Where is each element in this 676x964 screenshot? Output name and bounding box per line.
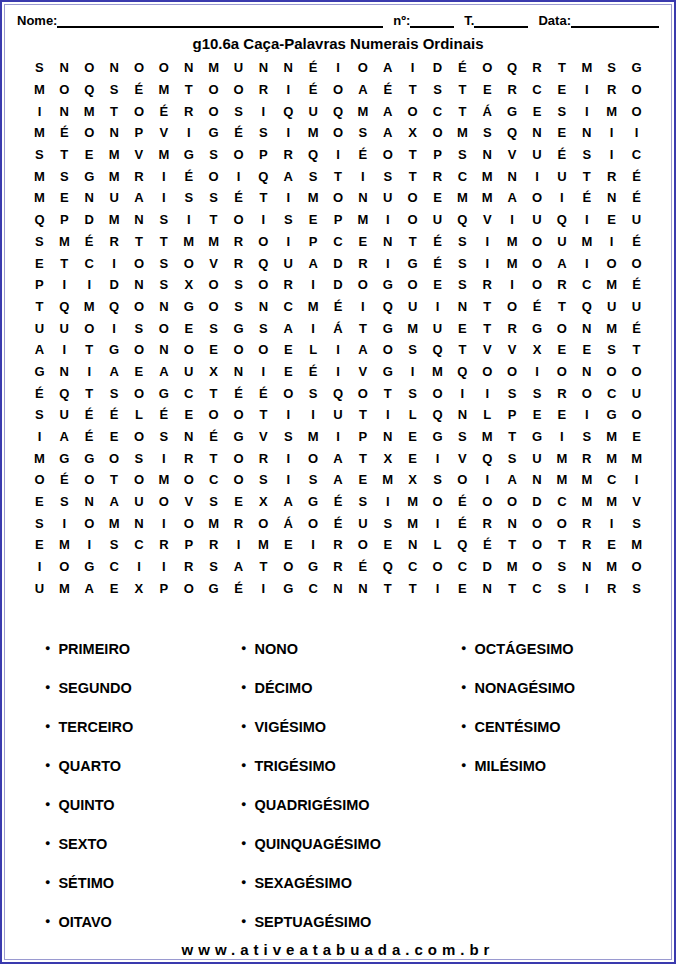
grid-cell-r6c7[interactable]: É <box>176 165 201 187</box>
grid-cell-r13c14[interactable]: T <box>350 317 375 339</box>
grid-cell-r19c5[interactable]: S <box>127 447 152 469</box>
grid-cell-r17c12[interactable]: I <box>301 404 326 426</box>
grid-cell-r3c8[interactable]: O <box>201 100 226 122</box>
grid-cell-r9c6[interactable]: T <box>151 231 176 253</box>
grid-cell-r25c17[interactable]: I <box>425 578 450 600</box>
grid-cell-r11c18[interactable]: S <box>450 274 475 296</box>
grid-cell-r14c1[interactable]: A <box>27 339 52 361</box>
grid-cell-r25c8[interactable]: G <box>201 578 226 600</box>
grid-cell-r21c17[interactable]: O <box>425 491 450 513</box>
grid-cell-r2c18[interactable]: T <box>450 79 475 101</box>
grid-cell-r22c1[interactable]: S <box>27 512 52 534</box>
grid-cell-r4c16[interactable]: X <box>400 122 425 144</box>
grid-cell-r22c7[interactable]: O <box>176 512 201 534</box>
grid-cell-r13c7[interactable]: E <box>176 317 201 339</box>
grid-cell-r4c15[interactable]: A <box>375 122 400 144</box>
grid-cell-r17c19[interactable]: L <box>475 404 500 426</box>
grid-cell-r25c13[interactable]: N <box>326 578 351 600</box>
grid-cell-r3c5[interactable]: O <box>127 100 152 122</box>
grid-cell-r19c24[interactable]: M <box>599 447 624 469</box>
grid-cell-r20c20[interactable]: A <box>500 469 525 491</box>
grid-cell-r8c11[interactable]: S <box>276 209 301 231</box>
grid-cell-r6c6[interactable]: I <box>151 165 176 187</box>
grid-cell-r20c19[interactable]: I <box>475 469 500 491</box>
grid-cell-r2c7[interactable]: T <box>176 79 201 101</box>
grid-cell-r23c12[interactable]: I <box>301 534 326 556</box>
grid-cell-r13c11[interactable]: A <box>276 317 301 339</box>
grid-cell-r10c23[interactable]: I <box>574 252 599 274</box>
grid-cell-r15c18[interactable]: Q <box>450 361 475 383</box>
grid-cell-r24c22[interactable]: S <box>549 556 574 578</box>
grid-cell-r21c8[interactable]: S <box>201 491 226 513</box>
grid-cell-r19c25[interactable]: M <box>624 447 649 469</box>
grid-cell-r16c21[interactable]: S <box>525 382 550 404</box>
grid-cell-r18c19[interactable]: M <box>475 426 500 448</box>
grid-cell-r1c11[interactable]: N <box>276 57 301 79</box>
grid-cell-r18c12[interactable]: M <box>301 426 326 448</box>
grid-cell-r22c21[interactable]: O <box>525 512 550 534</box>
grid-cell-r16c11[interactable]: O <box>276 382 301 404</box>
grid-cell-r10c8[interactable]: V <box>201 252 226 274</box>
grid-cell-r10c13[interactable]: D <box>326 252 351 274</box>
grid-cell-r12c18[interactable]: N <box>450 296 475 318</box>
grid-cell-r5c16[interactable]: T <box>400 144 425 166</box>
grid-cell-r3c15[interactable]: A <box>375 100 400 122</box>
grid-cell-r24c3[interactable]: G <box>77 556 102 578</box>
grid-cell-r24c17[interactable]: O <box>425 556 450 578</box>
grid-cell-r7c7[interactable]: S <box>176 187 201 209</box>
grid-cell-r21c18[interactable]: É <box>450 491 475 513</box>
grid-cell-r9c15[interactable]: N <box>375 231 400 253</box>
grid-cell-r19c9[interactable]: O <box>226 447 251 469</box>
grid-cell-r4c8[interactable]: G <box>201 122 226 144</box>
grid-cell-r6c8[interactable]: O <box>201 165 226 187</box>
grid-cell-r17c11[interactable]: I <box>276 404 301 426</box>
grid-cell-r3c4[interactable]: T <box>102 100 127 122</box>
grid-cell-r16c16[interactable]: S <box>400 382 425 404</box>
grid-cell-r2c6[interactable]: M <box>151 79 176 101</box>
grid-cell-r20c17[interactable]: S <box>425 469 450 491</box>
grid-cell-r8c4[interactable]: M <box>102 209 127 231</box>
grid-cell-r23c6[interactable]: R <box>151 534 176 556</box>
grid-cell-r9c14[interactable]: E <box>350 231 375 253</box>
grid-cell-r3c6[interactable]: É <box>151 100 176 122</box>
grid-cell-r9c8[interactable]: M <box>201 231 226 253</box>
grid-cell-r5c7[interactable]: G <box>176 144 201 166</box>
grid-cell-r17c5[interactable]: L <box>127 404 152 426</box>
grid-cell-r13c23[interactable]: N <box>574 317 599 339</box>
grid-cell-r5c6[interactable]: M <box>151 144 176 166</box>
grid-cell-r4c14[interactable]: S <box>350 122 375 144</box>
grid-cell-r13c15[interactable]: G <box>375 317 400 339</box>
grid-cell-r16c15[interactable]: T <box>375 382 400 404</box>
grid-cell-r16c5[interactable]: O <box>127 382 152 404</box>
grid-cell-r8c23[interactable]: I <box>574 209 599 231</box>
grid-cell-r23c4[interactable]: S <box>102 534 127 556</box>
grid-cell-r19c16[interactable]: E <box>400 447 425 469</box>
grid-cell-r22c20[interactable]: N <box>500 512 525 534</box>
grid-cell-r2c22[interactable]: E <box>549 79 574 101</box>
grid-cell-r8c25[interactable]: U <box>624 209 649 231</box>
grid-cell-r23c2[interactable]: M <box>52 534 77 556</box>
grid-cell-r13c19[interactable]: T <box>475 317 500 339</box>
grid-cell-r4c7[interactable]: I <box>176 122 201 144</box>
grid-cell-r15c19[interactable]: O <box>475 361 500 383</box>
grid-cell-r1c22[interactable]: T <box>549 57 574 79</box>
grid-cell-r11c14[interactable]: O <box>350 274 375 296</box>
grid-cell-r1c15[interactable]: A <box>375 57 400 79</box>
grid-cell-r1c3[interactable]: O <box>77 57 102 79</box>
grid-cell-r14c7[interactable]: O <box>176 339 201 361</box>
grid-cell-r21c6[interactable]: O <box>151 491 176 513</box>
grid-cell-r14c15[interactable]: O <box>375 339 400 361</box>
grid-cell-r3c10[interactable]: I <box>251 100 276 122</box>
grid-cell-r22c23[interactable]: R <box>574 512 599 534</box>
grid-cell-r7c21[interactable]: O <box>525 187 550 209</box>
grid-cell-r11c11[interactable]: R <box>276 274 301 296</box>
grid-cell-r17c16[interactable]: L <box>400 404 425 426</box>
grid-cell-r3c14[interactable]: M <box>350 100 375 122</box>
grid-cell-r25c24[interactable]: R <box>599 578 624 600</box>
grid-cell-r23c7[interactable]: P <box>176 534 201 556</box>
grid-cell-r5c22[interactable]: É <box>549 144 574 166</box>
grid-cell-r16c4[interactable]: S <box>102 382 127 404</box>
grid-cell-r12c12[interactable]: M <box>301 296 326 318</box>
grid-cell-r14c22[interactable]: E <box>549 339 574 361</box>
grid-cell-r4c13[interactable]: O <box>326 122 351 144</box>
grid-cell-r12c4[interactable]: Q <box>102 296 127 318</box>
grid-cell-r22c14[interactable]: U <box>350 512 375 534</box>
grid-cell-r3c11[interactable]: Q <box>276 100 301 122</box>
grid-cell-r22c13[interactable]: É <box>326 512 351 534</box>
grid-cell-r5c8[interactable]: S <box>201 144 226 166</box>
grid-cell-r2c16[interactable]: T <box>400 79 425 101</box>
grid-cell-r18c3[interactable]: É <box>77 426 102 448</box>
grid-cell-r19c12[interactable]: O <box>301 447 326 469</box>
grid-cell-r18c9[interactable]: G <box>226 426 251 448</box>
grid-cell-r14c25[interactable]: T <box>624 339 649 361</box>
grid-cell-r3c18[interactable]: T <box>450 100 475 122</box>
grid-cell-r11c4[interactable]: D <box>102 274 127 296</box>
grid-cell-r20c24[interactable]: C <box>599 469 624 491</box>
grid-cell-r10c10[interactable]: Q <box>251 252 276 274</box>
grid-cell-r18c21[interactable]: G <box>525 426 550 448</box>
grid-cell-r14c8[interactable]: E <box>201 339 226 361</box>
grid-cell-r6c12[interactable]: S <box>301 165 326 187</box>
grid-cell-r6c21[interactable]: I <box>525 165 550 187</box>
grid-cell-r23c5[interactable]: C <box>127 534 152 556</box>
grid-cell-r4c11[interactable]: I <box>276 122 301 144</box>
grid-cell-r16c24[interactable]: C <box>599 382 624 404</box>
grid-cell-r11c1[interactable]: P <box>27 274 52 296</box>
grid-cell-r13c12[interactable]: I <box>301 317 326 339</box>
grid-cell-r24c2[interactable]: O <box>52 556 77 578</box>
grid-cell-r15c24[interactable]: O <box>599 361 624 383</box>
grid-cell-r24c4[interactable]: C <box>102 556 127 578</box>
grid-cell-r7c2[interactable]: E <box>52 187 77 209</box>
grid-cell-r14c24[interactable]: S <box>599 339 624 361</box>
grid-cell-r19c1[interactable]: M <box>27 447 52 469</box>
grid-cell-r17c3[interactable]: É <box>77 404 102 426</box>
grid-cell-r6c24[interactable]: R <box>599 165 624 187</box>
grid-cell-r25c9[interactable]: É <box>226 578 251 600</box>
grid-cell-r9c9[interactable]: R <box>226 231 251 253</box>
grid-cell-r9c1[interactable]: S <box>27 231 52 253</box>
grid-cell-r17c21[interactable]: E <box>525 404 550 426</box>
grid-cell-r20c15[interactable]: M <box>375 469 400 491</box>
grid-cell-r16c6[interactable]: G <box>151 382 176 404</box>
grid-cell-r17c25[interactable]: O <box>624 404 649 426</box>
grid-cell-r18c4[interactable]: E <box>102 426 127 448</box>
grid-cell-r21c11[interactable]: A <box>276 491 301 513</box>
grid-cell-r20c5[interactable]: O <box>127 469 152 491</box>
grid-cell-r5c21[interactable]: U <box>525 144 550 166</box>
grid-cell-r1c17[interactable]: D <box>425 57 450 79</box>
grid-cell-r8c16[interactable]: O <box>400 209 425 231</box>
grid-cell-r13c6[interactable]: O <box>151 317 176 339</box>
grid-cell-r7c19[interactable]: M <box>475 187 500 209</box>
grid-cell-r17c15[interactable]: I <box>375 404 400 426</box>
grid-cell-r3c13[interactable]: Q <box>326 100 351 122</box>
grid-cell-r21c20[interactable]: O <box>500 491 525 513</box>
grid-cell-r1c5[interactable]: O <box>127 57 152 79</box>
grid-cell-r13c17[interactable]: U <box>425 317 450 339</box>
grid-cell-r13c16[interactable]: M <box>400 317 425 339</box>
grid-cell-r9c19[interactable]: I <box>475 231 500 253</box>
grid-cell-r3c2[interactable]: N <box>52 100 77 122</box>
grid-cell-r13c25[interactable]: É <box>624 317 649 339</box>
grid-cell-r17c7[interactable]: E <box>176 404 201 426</box>
grid-cell-r8c12[interactable]: E <box>301 209 326 231</box>
grid-cell-r1c1[interactable]: S <box>27 57 52 79</box>
grid-cell-r12c17[interactable]: I <box>425 296 450 318</box>
grid-cell-r12c3[interactable]: M <box>77 296 102 318</box>
grid-cell-r17c2[interactable]: U <box>52 404 77 426</box>
grid-cell-r1c25[interactable]: G <box>624 57 649 79</box>
grid-cell-r19c17[interactable]: I <box>425 447 450 469</box>
grid-cell-r1c7[interactable]: N <box>176 57 201 79</box>
grid-cell-r13c9[interactable]: G <box>226 317 251 339</box>
grid-cell-r12c23[interactable]: Q <box>574 296 599 318</box>
grid-cell-r18c15[interactable]: N <box>375 426 400 448</box>
grid-cell-r22c4[interactable]: M <box>102 512 127 534</box>
grid-cell-r7c13[interactable]: O <box>326 187 351 209</box>
grid-cell-r11c24[interactable]: M <box>599 274 624 296</box>
grid-cell-r22c19[interactable]: R <box>475 512 500 534</box>
grid-cell-r9c5[interactable]: T <box>127 231 152 253</box>
grid-cell-r16c18[interactable]: I <box>450 382 475 404</box>
grid-cell-r22c16[interactable]: M <box>400 512 425 534</box>
grid-cell-r2c14[interactable]: A <box>350 79 375 101</box>
grid-cell-r8c21[interactable]: U <box>525 209 550 231</box>
grid-cell-r10c14[interactable]: R <box>350 252 375 274</box>
grid-cell-r3c17[interactable]: C <box>425 100 450 122</box>
grid-cell-r2c12[interactable]: É <box>301 79 326 101</box>
grid-cell-r11c7[interactable]: X <box>176 274 201 296</box>
grid-cell-r10c19[interactable]: I <box>475 252 500 274</box>
grid-cell-r8c18[interactable]: Q <box>450 209 475 231</box>
grid-cell-r12c5[interactable]: O <box>127 296 152 318</box>
grid-cell-r19c8[interactable]: T <box>201 447 226 469</box>
grid-cell-r12c24[interactable]: U <box>599 296 624 318</box>
grid-cell-r11c9[interactable]: S <box>226 274 251 296</box>
grid-cell-r8c17[interactable]: U <box>425 209 450 231</box>
grid-cell-r16c2[interactable]: Q <box>52 382 77 404</box>
grid-cell-r19c14[interactable]: T <box>350 447 375 469</box>
grid-cell-r16c25[interactable]: U <box>624 382 649 404</box>
grid-cell-r9c3[interactable]: É <box>77 231 102 253</box>
grid-cell-r1c12[interactable]: É <box>301 57 326 79</box>
grid-cell-r19c6[interactable]: I <box>151 447 176 469</box>
grid-cell-r3c19[interactable]: Á <box>475 100 500 122</box>
grid-cell-r10c24[interactable]: O <box>599 252 624 274</box>
grid-cell-r2c3[interactable]: Q <box>77 79 102 101</box>
grid-cell-r7c14[interactable]: N <box>350 187 375 209</box>
grid-cell-r12c9[interactable]: S <box>226 296 251 318</box>
grid-cell-r18c24[interactable]: M <box>599 426 624 448</box>
grid-cell-r10c15[interactable]: I <box>375 252 400 274</box>
grid-cell-r14c4[interactable]: G <box>102 339 127 361</box>
grid-cell-r11c20[interactable]: I <box>500 274 525 296</box>
grid-cell-r20c8[interactable]: C <box>201 469 226 491</box>
grid-cell-r11c12[interactable]: I <box>301 274 326 296</box>
grid-cell-r17c20[interactable]: P <box>500 404 525 426</box>
grid-cell-r1c4[interactable]: N <box>102 57 127 79</box>
grid-cell-r24c23[interactable]: N <box>574 556 599 578</box>
grid-cell-r7c25[interactable]: É <box>624 187 649 209</box>
grid-cell-r5c15[interactable]: O <box>375 144 400 166</box>
grid-cell-r10c9[interactable]: R <box>226 252 251 274</box>
grid-cell-r23c1[interactable]: E <box>27 534 52 556</box>
grid-cell-r25c2[interactable]: M <box>52 578 77 600</box>
grid-cell-r16c3[interactable]: T <box>77 382 102 404</box>
grid-cell-r5c13[interactable]: I <box>326 144 351 166</box>
grid-cell-r17c10[interactable]: T <box>251 404 276 426</box>
grid-cell-r22c8[interactable]: M <box>201 512 226 534</box>
grid-cell-r6c5[interactable]: R <box>127 165 152 187</box>
grid-cell-r6c16[interactable]: T <box>400 165 425 187</box>
grid-cell-r20c3[interactable]: O <box>77 469 102 491</box>
grid-cell-r21c1[interactable]: E <box>27 491 52 513</box>
grid-cell-r23c13[interactable]: R <box>326 534 351 556</box>
grid-cell-r11c22[interactable]: R <box>549 274 574 296</box>
grid-cell-r21c4[interactable]: A <box>102 491 127 513</box>
grid-cell-r6c20[interactable]: N <box>500 165 525 187</box>
grid-cell-r22c24[interactable]: I <box>599 512 624 534</box>
grid-cell-r12c10[interactable]: N <box>251 296 276 318</box>
grid-cell-r4c24[interactable]: I <box>599 122 624 144</box>
grid-cell-r7c22[interactable]: I <box>549 187 574 209</box>
grid-cell-r12c20[interactable]: O <box>500 296 525 318</box>
grid-cell-r5c1[interactable]: S <box>27 144 52 166</box>
grid-cell-r25c23[interactable]: I <box>574 578 599 600</box>
grid-cell-r2c11[interactable]: I <box>276 79 301 101</box>
grid-cell-r1c6[interactable]: O <box>151 57 176 79</box>
grid-cell-r1c16[interactable]: I <box>400 57 425 79</box>
grid-cell-r5c2[interactable]: T <box>52 144 77 166</box>
grid-cell-r12c6[interactable]: N <box>151 296 176 318</box>
grid-cell-r22c22[interactable]: O <box>549 512 574 534</box>
grid-cell-r2c23[interactable]: I <box>574 79 599 101</box>
grid-cell-r8c10[interactable]: I <box>251 209 276 231</box>
grid-cell-r23c11[interactable]: E <box>276 534 301 556</box>
grid-cell-r23c16[interactable]: N <box>400 534 425 556</box>
grid-cell-r12c14[interactable]: I <box>350 296 375 318</box>
grid-cell-r9c20[interactable]: M <box>500 231 525 253</box>
grid-cell-r25c19[interactable]: N <box>475 578 500 600</box>
grid-cell-r17c18[interactable]: N <box>450 404 475 426</box>
grid-cell-r11c16[interactable]: O <box>400 274 425 296</box>
grid-cell-r19c22[interactable]: M <box>549 447 574 469</box>
grid-cell-r15c1[interactable]: G <box>27 361 52 383</box>
grid-cell-r7c23[interactable]: É <box>574 187 599 209</box>
grid-cell-r14c14[interactable]: A <box>350 339 375 361</box>
grid-cell-r21c9[interactable]: E <box>226 491 251 513</box>
grid-cell-r17c14[interactable]: T <box>350 404 375 426</box>
grid-cell-r7c10[interactable]: T <box>251 187 276 209</box>
grid-cell-r10c18[interactable]: S <box>450 252 475 274</box>
grid-cell-r20c13[interactable]: A <box>326 469 351 491</box>
grid-cell-r13c20[interactable]: R <box>500 317 525 339</box>
grid-cell-r24c10[interactable]: T <box>251 556 276 578</box>
grid-cell-r14c21[interactable]: X <box>525 339 550 361</box>
grid-cell-r10c6[interactable]: S <box>151 252 176 274</box>
grid-cell-r21c23[interactable]: M <box>574 491 599 513</box>
grid-cell-r19c18[interactable]: V <box>450 447 475 469</box>
grid-cell-r10c16[interactable]: G <box>400 252 425 274</box>
grid-cell-r21c2[interactable]: S <box>52 491 77 513</box>
grid-cell-r24c11[interactable]: O <box>276 556 301 578</box>
grid-cell-r20c1[interactable]: O <box>27 469 52 491</box>
grid-cell-r3c9[interactable]: S <box>226 100 251 122</box>
grid-cell-r18c17[interactable]: G <box>425 426 450 448</box>
grid-cell-r16c13[interactable]: Q <box>326 382 351 404</box>
grid-cell-r13c1[interactable]: U <box>27 317 52 339</box>
grid-cell-r10c5[interactable]: O <box>127 252 152 274</box>
grid-cell-r13c10[interactable]: S <box>251 317 276 339</box>
grid-cell-r25c18[interactable]: E <box>450 578 475 600</box>
grid-cell-r15c20[interactable]: O <box>500 361 525 383</box>
grid-cell-r22c10[interactable]: O <box>251 512 276 534</box>
grid-cell-r14c23[interactable]: E <box>574 339 599 361</box>
grid-cell-r3c24[interactable]: M <box>599 100 624 122</box>
grid-cell-r13c4[interactable]: I <box>102 317 127 339</box>
grid-cell-r15c7[interactable]: U <box>176 361 201 383</box>
grid-cell-r21c22[interactable]: C <box>549 491 574 513</box>
grid-cell-r21c3[interactable]: N <box>77 491 102 513</box>
grid-cell-r1c24[interactable]: S <box>599 57 624 79</box>
grid-cell-r18c10[interactable]: V <box>251 426 276 448</box>
grid-cell-r4c20[interactable]: Q <box>500 122 525 144</box>
grid-cell-r21c12[interactable]: G <box>301 491 326 513</box>
grid-cell-r2c21[interactable]: C <box>525 79 550 101</box>
grid-cell-r5c11[interactable]: R <box>276 144 301 166</box>
grid-cell-r6c19[interactable]: M <box>475 165 500 187</box>
grid-cell-r17c6[interactable]: É <box>151 404 176 426</box>
grid-cell-r24c13[interactable]: R <box>326 556 351 578</box>
grid-cell-r13c5[interactable]: S <box>127 317 152 339</box>
grid-cell-r7c8[interactable]: S <box>201 187 226 209</box>
grid-cell-r16c22[interactable]: R <box>549 382 574 404</box>
grid-cell-r18c20[interactable]: T <box>500 426 525 448</box>
grid-cell-r1c20[interactable]: Q <box>500 57 525 79</box>
grid-cell-r9c4[interactable]: R <box>102 231 127 253</box>
grid-cell-r24c21[interactable]: O <box>525 556 550 578</box>
grid-cell-r21c13[interactable]: É <box>326 491 351 513</box>
grid-cell-r21c24[interactable]: M <box>599 491 624 513</box>
grid-cell-r2c25[interactable]: O <box>624 79 649 101</box>
grid-cell-r15c13[interactable]: I <box>326 361 351 383</box>
